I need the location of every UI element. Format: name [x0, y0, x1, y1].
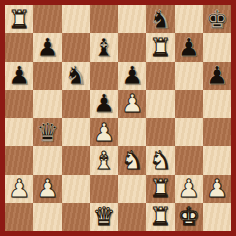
square-b6[interactable]: [33, 62, 61, 90]
piece-white-knight[interactable]: ♞: [149, 148, 171, 173]
square-h2[interactable]: ♟: [203, 175, 231, 203]
square-h8[interactable]: ♚: [203, 5, 231, 33]
square-e7[interactable]: [118, 33, 146, 61]
square-a5[interactable]: [5, 90, 33, 118]
piece-white-rook[interactable]: ♜: [149, 35, 171, 60]
piece-white-king[interactable]: ♚: [177, 204, 199, 229]
piece-black-knight[interactable]: ♞: [149, 7, 171, 32]
square-d1[interactable]: ♛: [90, 203, 118, 231]
square-c8[interactable]: [62, 5, 90, 33]
square-h3[interactable]: [203, 146, 231, 174]
square-d8[interactable]: [90, 5, 118, 33]
square-f3[interactable]: ♞: [146, 146, 174, 174]
square-g1[interactable]: ♚: [175, 203, 203, 231]
square-g2[interactable]: ♟: [175, 175, 203, 203]
square-a1[interactable]: [5, 203, 33, 231]
square-e4[interactable]: [118, 118, 146, 146]
square-b1[interactable]: [33, 203, 61, 231]
piece-black-pawn[interactable]: ♟: [36, 35, 58, 60]
chessboard: ♜♞♚♟♝♜♟♟♞♟♟♟♟♛♟♝♞♞♟♟♜♟♟♛♜♚: [5, 5, 231, 231]
piece-white-pawn[interactable]: ♟: [93, 120, 115, 145]
square-f4[interactable]: [146, 118, 174, 146]
piece-white-pawn[interactable]: ♟: [8, 176, 30, 201]
square-f5[interactable]: [146, 90, 174, 118]
square-e3[interactable]: ♞: [118, 146, 146, 174]
square-c4[interactable]: [62, 118, 90, 146]
piece-black-queen[interactable]: ♛: [36, 120, 58, 145]
piece-white-rook[interactable]: ♜: [149, 176, 171, 201]
square-a4[interactable]: [5, 118, 33, 146]
square-a2[interactable]: ♟: [5, 175, 33, 203]
square-a8[interactable]: ♜: [5, 5, 33, 33]
piece-white-pawn[interactable]: ♟: [36, 176, 58, 201]
piece-black-pawn[interactable]: ♟: [177, 35, 199, 60]
square-e2[interactable]: [118, 175, 146, 203]
square-b7[interactable]: ♟: [33, 33, 61, 61]
square-f2[interactable]: ♜: [146, 175, 174, 203]
square-h4[interactable]: [203, 118, 231, 146]
square-g6[interactable]: [175, 62, 203, 90]
square-h5[interactable]: [203, 90, 231, 118]
square-f6[interactable]: [146, 62, 174, 90]
square-d6[interactable]: [90, 62, 118, 90]
piece-white-knight[interactable]: ♞: [121, 148, 143, 173]
square-g4[interactable]: [175, 118, 203, 146]
square-h7[interactable]: [203, 33, 231, 61]
chessboard-frame: ♜♞♚♟♝♜♟♟♞♟♟♟♟♛♟♝♞♞♟♟♜♟♟♛♜♚: [0, 0, 236, 236]
square-a3[interactable]: [5, 146, 33, 174]
square-b5[interactable]: [33, 90, 61, 118]
square-d5[interactable]: ♟: [90, 90, 118, 118]
square-c6[interactable]: ♞: [62, 62, 90, 90]
square-d7[interactable]: ♝: [90, 33, 118, 61]
piece-black-pawn[interactable]: ♟: [206, 63, 228, 88]
piece-black-pawn[interactable]: ♟: [121, 63, 143, 88]
square-d2[interactable]: [90, 175, 118, 203]
square-b2[interactable]: ♟: [33, 175, 61, 203]
square-e6[interactable]: ♟: [118, 62, 146, 90]
square-c3[interactable]: [62, 146, 90, 174]
square-b3[interactable]: [33, 146, 61, 174]
square-f7[interactable]: ♜: [146, 33, 174, 61]
square-c1[interactable]: [62, 203, 90, 231]
piece-black-king[interactable]: ♚: [206, 7, 228, 32]
square-b8[interactable]: [33, 5, 61, 33]
piece-white-bishop[interactable]: ♝: [93, 148, 115, 173]
square-d4[interactable]: ♟: [90, 118, 118, 146]
square-e5[interactable]: ♟: [118, 90, 146, 118]
square-c7[interactable]: [62, 33, 90, 61]
square-a7[interactable]: [5, 33, 33, 61]
piece-black-pawn[interactable]: ♟: [93, 91, 115, 116]
square-g5[interactable]: [175, 90, 203, 118]
square-d3[interactable]: ♝: [90, 146, 118, 174]
square-c2[interactable]: [62, 175, 90, 203]
piece-white-rook[interactable]: ♜: [149, 204, 171, 229]
square-b4[interactable]: ♛: [33, 118, 61, 146]
square-h6[interactable]: ♟: [203, 62, 231, 90]
piece-white-pawn[interactable]: ♟: [121, 91, 143, 116]
square-g3[interactable]: [175, 146, 203, 174]
square-a6[interactable]: ♟: [5, 62, 33, 90]
piece-white-pawn[interactable]: ♟: [177, 176, 199, 201]
square-f1[interactable]: ♜: [146, 203, 174, 231]
square-e1[interactable]: [118, 203, 146, 231]
square-e8[interactable]: [118, 5, 146, 33]
piece-white-rook[interactable]: ♜: [8, 7, 30, 32]
piece-black-bishop[interactable]: ♝: [93, 35, 115, 60]
piece-white-pawn[interactable]: ♟: [206, 176, 228, 201]
square-c5[interactable]: [62, 90, 90, 118]
square-g7[interactable]: ♟: [175, 33, 203, 61]
square-h1[interactable]: [203, 203, 231, 231]
piece-black-knight[interactable]: ♞: [64, 63, 86, 88]
piece-white-queen[interactable]: ♛: [93, 204, 115, 229]
square-f8[interactable]: ♞: [146, 5, 174, 33]
piece-black-pawn[interactable]: ♟: [8, 63, 30, 88]
square-g8[interactable]: [175, 5, 203, 33]
